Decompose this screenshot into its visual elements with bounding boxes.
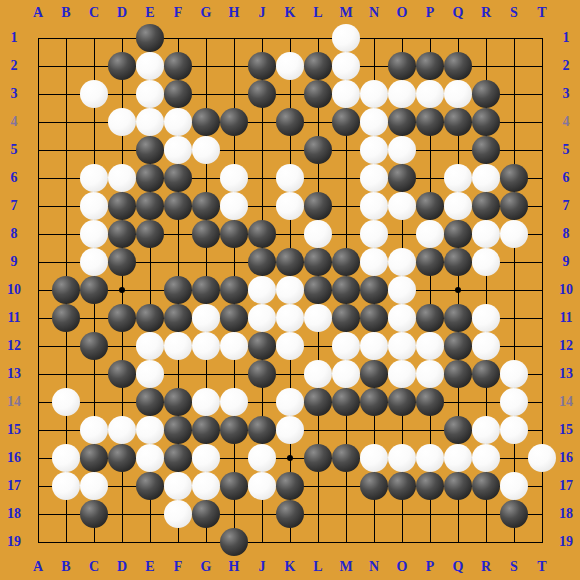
black-stone-H17[interactable] xyxy=(220,472,248,500)
go-board[interactable]: AABBCCDDEEFFGGHHJJKKLLMMNNOOPPQQRRSSTT11… xyxy=(0,0,580,580)
white-stone-F12[interactable] xyxy=(164,332,192,360)
left-row-label: 4 xyxy=(1,112,27,132)
top-column-label: L xyxy=(304,3,332,23)
white-stone-H12[interactable] xyxy=(220,332,248,360)
black-stone-E11[interactable] xyxy=(136,304,164,332)
bottom-column-label: A xyxy=(24,557,52,577)
white-stone-O7[interactable] xyxy=(388,192,416,220)
top-column-label: K xyxy=(276,3,304,23)
white-stone-B14[interactable] xyxy=(52,388,80,416)
bottom-column-label: R xyxy=(472,557,500,577)
black-stone-J3[interactable] xyxy=(248,80,276,108)
right-row-label: 19 xyxy=(553,532,579,552)
white-stone-E13[interactable] xyxy=(136,360,164,388)
black-stone-D9[interactable] xyxy=(108,248,136,276)
black-stone-J12[interactable] xyxy=(248,332,276,360)
right-row-label: 18 xyxy=(553,504,579,524)
right-row-label: 5 xyxy=(553,140,579,160)
black-stone-E8[interactable] xyxy=(136,220,164,248)
black-stone-B11[interactable] xyxy=(52,304,80,332)
white-stone-G11[interactable] xyxy=(192,304,220,332)
star-point xyxy=(119,287,125,293)
right-row-label: 2 xyxy=(553,56,579,76)
black-stone-M10[interactable] xyxy=(332,276,360,304)
black-stone-D16[interactable] xyxy=(108,444,136,472)
black-stone-L7[interactable] xyxy=(304,192,332,220)
white-stone-J11[interactable] xyxy=(248,304,276,332)
black-stone-M16[interactable] xyxy=(332,444,360,472)
black-stone-N14[interactable] xyxy=(360,388,388,416)
top-column-label: E xyxy=(136,3,164,23)
right-row-label: 17 xyxy=(553,476,579,496)
left-row-label: 1 xyxy=(1,28,27,48)
black-stone-S6[interactable] xyxy=(500,164,528,192)
black-stone-P11[interactable] xyxy=(416,304,444,332)
top-column-label: B xyxy=(52,3,80,23)
black-stone-C10[interactable] xyxy=(80,276,108,304)
top-column-label: C xyxy=(80,3,108,23)
top-column-label: M xyxy=(332,3,360,23)
left-row-label: 5 xyxy=(1,140,27,160)
black-stone-C16[interactable] xyxy=(80,444,108,472)
black-stone-O17[interactable] xyxy=(388,472,416,500)
right-row-label: 6 xyxy=(553,168,579,188)
white-stone-N5[interactable] xyxy=(360,136,388,164)
black-stone-D2[interactable] xyxy=(108,52,136,80)
white-stone-K6[interactable] xyxy=(276,164,304,192)
grid-line-horizontal xyxy=(38,542,543,543)
white-stone-M13[interactable] xyxy=(332,360,360,388)
white-stone-H7[interactable] xyxy=(220,192,248,220)
black-stone-O2[interactable] xyxy=(388,52,416,80)
black-stone-F15[interactable] xyxy=(164,416,192,444)
black-stone-S18[interactable] xyxy=(500,500,528,528)
top-column-label: P xyxy=(416,3,444,23)
black-stone-R3[interactable] xyxy=(472,80,500,108)
white-stone-R8[interactable] xyxy=(472,220,500,248)
white-stone-N8[interactable] xyxy=(360,220,388,248)
black-stone-H8[interactable] xyxy=(220,220,248,248)
star-point xyxy=(287,455,293,461)
right-row-label: 4 xyxy=(553,112,579,132)
white-stone-Q6[interactable] xyxy=(444,164,472,192)
bottom-column-label: G xyxy=(192,557,220,577)
black-stone-S7[interactable] xyxy=(500,192,528,220)
black-stone-O6[interactable] xyxy=(388,164,416,192)
black-stone-E1[interactable] xyxy=(136,24,164,52)
white-stone-C17[interactable] xyxy=(80,472,108,500)
black-stone-H10[interactable] xyxy=(220,276,248,304)
black-stone-Q12[interactable] xyxy=(444,332,472,360)
black-stone-Q9[interactable] xyxy=(444,248,472,276)
go-board-screenshot: AABBCCDDEEFFGGHHJJKKLLMMNNOOPPQQRRSSTT11… xyxy=(0,0,580,580)
white-stone-N7[interactable] xyxy=(360,192,388,220)
white-stone-N6[interactable] xyxy=(360,164,388,192)
white-stone-M12[interactable] xyxy=(332,332,360,360)
white-stone-K14[interactable] xyxy=(276,388,304,416)
black-stone-D11[interactable] xyxy=(108,304,136,332)
bottom-column-label: D xyxy=(108,557,136,577)
white-stone-J16[interactable] xyxy=(248,444,276,472)
white-stone-K11[interactable] xyxy=(276,304,304,332)
bottom-column-label: E xyxy=(136,557,164,577)
white-stone-M3[interactable] xyxy=(332,80,360,108)
black-stone-P7[interactable] xyxy=(416,192,444,220)
left-row-label: 19 xyxy=(1,532,27,552)
white-stone-F4[interactable] xyxy=(164,108,192,136)
bottom-column-label: K xyxy=(276,557,304,577)
bottom-column-label: C xyxy=(80,557,108,577)
white-stone-H14[interactable] xyxy=(220,388,248,416)
white-stone-G5[interactable] xyxy=(192,136,220,164)
white-stone-C3[interactable] xyxy=(80,80,108,108)
left-row-label: 15 xyxy=(1,420,27,440)
black-stone-N17[interactable] xyxy=(360,472,388,500)
right-row-label: 9 xyxy=(553,252,579,272)
black-stone-L10[interactable] xyxy=(304,276,332,304)
top-column-label: J xyxy=(248,3,276,23)
bottom-column-label: L xyxy=(304,557,332,577)
black-stone-G4[interactable] xyxy=(192,108,220,136)
bottom-column-label: N xyxy=(360,557,388,577)
black-stone-N10[interactable] xyxy=(360,276,388,304)
black-stone-M11[interactable] xyxy=(332,304,360,332)
black-stone-L2[interactable] xyxy=(304,52,332,80)
white-stone-G12[interactable] xyxy=(192,332,220,360)
white-stone-D4[interactable] xyxy=(108,108,136,136)
white-stone-N9[interactable] xyxy=(360,248,388,276)
white-stone-M1[interactable] xyxy=(332,24,360,52)
white-stone-C6[interactable] xyxy=(80,164,108,192)
top-column-label: G xyxy=(192,3,220,23)
black-stone-L14[interactable] xyxy=(304,388,332,416)
white-stone-K12[interactable] xyxy=(276,332,304,360)
bottom-column-label: J xyxy=(248,557,276,577)
right-row-label: 3 xyxy=(553,84,579,104)
left-row-label: 17 xyxy=(1,476,27,496)
left-row-label: 16 xyxy=(1,448,27,468)
white-stone-G16[interactable] xyxy=(192,444,220,472)
left-row-label: 6 xyxy=(1,168,27,188)
white-stone-D6[interactable] xyxy=(108,164,136,192)
black-stone-P14[interactable] xyxy=(416,388,444,416)
white-stone-H6[interactable] xyxy=(220,164,248,192)
black-stone-Q15[interactable] xyxy=(444,416,472,444)
black-stone-L9[interactable] xyxy=(304,248,332,276)
white-stone-O12[interactable] xyxy=(388,332,416,360)
black-stone-E17[interactable] xyxy=(136,472,164,500)
white-stone-F5[interactable] xyxy=(164,136,192,164)
black-stone-F2[interactable] xyxy=(164,52,192,80)
white-stone-E2[interactable] xyxy=(136,52,164,80)
black-stone-F16[interactable] xyxy=(164,444,192,472)
white-stone-P3[interactable] xyxy=(416,80,444,108)
right-row-label: 11 xyxy=(553,308,579,328)
white-stone-L8[interactable] xyxy=(304,220,332,248)
top-column-label: R xyxy=(472,3,500,23)
white-stone-G17[interactable] xyxy=(192,472,220,500)
black-stone-G7[interactable] xyxy=(192,192,220,220)
black-stone-E5[interactable] xyxy=(136,136,164,164)
top-column-label: T xyxy=(528,3,556,23)
white-stone-L11[interactable] xyxy=(304,304,332,332)
white-stone-C7[interactable] xyxy=(80,192,108,220)
white-stone-S14[interactable] xyxy=(500,388,528,416)
top-column-label: N xyxy=(360,3,388,23)
white-stone-B16[interactable] xyxy=(52,444,80,472)
black-stone-E6[interactable] xyxy=(136,164,164,192)
bottom-column-label: P xyxy=(416,557,444,577)
white-stone-R11[interactable] xyxy=(472,304,500,332)
white-stone-S8[interactable] xyxy=(500,220,528,248)
black-stone-P17[interactable] xyxy=(416,472,444,500)
white-stone-N12[interactable] xyxy=(360,332,388,360)
white-stone-R16[interactable] xyxy=(472,444,500,472)
right-row-label: 8 xyxy=(553,224,579,244)
black-stone-M4[interactable] xyxy=(332,108,360,136)
white-stone-E3[interactable] xyxy=(136,80,164,108)
black-stone-J15[interactable] xyxy=(248,416,276,444)
black-stone-F11[interactable] xyxy=(164,304,192,332)
white-stone-T16[interactable] xyxy=(528,444,556,472)
black-stone-R17[interactable] xyxy=(472,472,500,500)
left-row-label: 11 xyxy=(1,308,27,328)
white-stone-J10[interactable] xyxy=(248,276,276,304)
black-stone-J9[interactable] xyxy=(248,248,276,276)
white-stone-C8[interactable] xyxy=(80,220,108,248)
top-column-label: H xyxy=(220,3,248,23)
black-stone-L3[interactable] xyxy=(304,80,332,108)
black-stone-K4[interactable] xyxy=(276,108,304,136)
left-row-label: 8 xyxy=(1,224,27,244)
black-stone-D8[interactable] xyxy=(108,220,136,248)
white-stone-S17[interactable] xyxy=(500,472,528,500)
white-stone-C15[interactable] xyxy=(80,416,108,444)
black-stone-H19[interactable] xyxy=(220,528,248,556)
top-column-label: D xyxy=(108,3,136,23)
black-stone-P9[interactable] xyxy=(416,248,444,276)
black-stone-E14[interactable] xyxy=(136,388,164,416)
right-row-label: 7 xyxy=(553,196,579,216)
top-column-label: S xyxy=(500,3,528,23)
top-column-label: Q xyxy=(444,3,472,23)
white-stone-O13[interactable] xyxy=(388,360,416,388)
black-stone-Q13[interactable] xyxy=(444,360,472,388)
left-row-label: 10 xyxy=(1,280,27,300)
black-stone-D7[interactable] xyxy=(108,192,136,220)
black-stone-K17[interactable] xyxy=(276,472,304,500)
black-stone-J8[interactable] xyxy=(248,220,276,248)
right-row-label: 14 xyxy=(553,392,579,412)
black-stone-N11[interactable] xyxy=(360,304,388,332)
bottom-column-label: F xyxy=(164,557,192,577)
white-stone-G14[interactable] xyxy=(192,388,220,416)
black-stone-Q8[interactable] xyxy=(444,220,472,248)
black-stone-O14[interactable] xyxy=(388,388,416,416)
white-stone-E4[interactable] xyxy=(136,108,164,136)
white-stone-O5[interactable] xyxy=(388,136,416,164)
black-stone-G8[interactable] xyxy=(192,220,220,248)
white-stone-K10[interactable] xyxy=(276,276,304,304)
white-stone-N16[interactable] xyxy=(360,444,388,472)
left-row-label: 12 xyxy=(1,336,27,356)
white-stone-Q7[interactable] xyxy=(444,192,472,220)
black-stone-M14[interactable] xyxy=(332,388,360,416)
bottom-column-label: M xyxy=(332,557,360,577)
right-row-label: 13 xyxy=(553,364,579,384)
white-stone-E15[interactable] xyxy=(136,416,164,444)
black-stone-F6[interactable] xyxy=(164,164,192,192)
black-stone-G10[interactable] xyxy=(192,276,220,304)
white-stone-N4[interactable] xyxy=(360,108,388,136)
left-row-label: 18 xyxy=(1,504,27,524)
white-stone-S13[interactable] xyxy=(500,360,528,388)
black-stone-F7[interactable] xyxy=(164,192,192,220)
black-stone-F14[interactable] xyxy=(164,388,192,416)
white-stone-K7[interactable] xyxy=(276,192,304,220)
top-column-label: A xyxy=(24,3,52,23)
bottom-column-label: H xyxy=(220,557,248,577)
left-row-label: 2 xyxy=(1,56,27,76)
white-stone-K15[interactable] xyxy=(276,416,304,444)
white-stone-F17[interactable] xyxy=(164,472,192,500)
black-stone-R5[interactable] xyxy=(472,136,500,164)
left-row-label: 14 xyxy=(1,392,27,412)
left-row-label: 3 xyxy=(1,84,27,104)
white-stone-Q16[interactable] xyxy=(444,444,472,472)
black-stone-Q17[interactable] xyxy=(444,472,472,500)
white-stone-J17[interactable] xyxy=(248,472,276,500)
black-stone-H4[interactable] xyxy=(220,108,248,136)
white-stone-Q3[interactable] xyxy=(444,80,472,108)
black-stone-K18[interactable] xyxy=(276,500,304,528)
white-stone-L13[interactable] xyxy=(304,360,332,388)
bottom-column-label: B xyxy=(52,557,80,577)
black-stone-H11[interactable] xyxy=(220,304,248,332)
white-stone-P12[interactable] xyxy=(416,332,444,360)
black-stone-C18[interactable] xyxy=(80,500,108,528)
star-point xyxy=(455,287,461,293)
right-row-label: 15 xyxy=(553,420,579,440)
white-stone-N3[interactable] xyxy=(360,80,388,108)
black-stone-N13[interactable] xyxy=(360,360,388,388)
white-stone-R9[interactable] xyxy=(472,248,500,276)
left-row-label: 7 xyxy=(1,196,27,216)
left-row-label: 13 xyxy=(1,364,27,384)
black-stone-D13[interactable] xyxy=(108,360,136,388)
white-stone-E16[interactable] xyxy=(136,444,164,472)
bottom-column-label: S xyxy=(500,557,528,577)
black-stone-H15[interactable] xyxy=(220,416,248,444)
black-stone-G18[interactable] xyxy=(192,500,220,528)
black-stone-L5[interactable] xyxy=(304,136,332,164)
white-stone-O9[interactable] xyxy=(388,248,416,276)
black-stone-M9[interactable] xyxy=(332,248,360,276)
right-row-label: 1 xyxy=(553,28,579,48)
right-row-label: 10 xyxy=(553,280,579,300)
black-stone-E7[interactable] xyxy=(136,192,164,220)
white-stone-O11[interactable] xyxy=(388,304,416,332)
black-stone-J2[interactable] xyxy=(248,52,276,80)
black-stone-R13[interactable] xyxy=(472,360,500,388)
grid-line-vertical xyxy=(514,38,515,543)
black-stone-G15[interactable] xyxy=(192,416,220,444)
bottom-column-label: Q xyxy=(444,557,472,577)
black-stone-J13[interactable] xyxy=(248,360,276,388)
white-stone-M2[interactable] xyxy=(332,52,360,80)
black-stone-P4[interactable] xyxy=(416,108,444,136)
white-stone-F18[interactable] xyxy=(164,500,192,528)
left-row-label: 9 xyxy=(1,252,27,272)
right-row-label: 12 xyxy=(553,336,579,356)
bottom-column-label: O xyxy=(388,557,416,577)
black-stone-R4[interactable] xyxy=(472,108,500,136)
black-stone-F3[interactable] xyxy=(164,80,192,108)
white-stone-O16[interactable] xyxy=(388,444,416,472)
white-stone-D15[interactable] xyxy=(108,416,136,444)
black-stone-B10[interactable] xyxy=(52,276,80,304)
white-stone-P13[interactable] xyxy=(416,360,444,388)
top-column-label: F xyxy=(164,3,192,23)
white-stone-E12[interactable] xyxy=(136,332,164,360)
top-column-label: O xyxy=(388,3,416,23)
black-stone-F10[interactable] xyxy=(164,276,192,304)
black-stone-O4[interactable] xyxy=(388,108,416,136)
black-stone-Q4[interactable] xyxy=(444,108,472,136)
white-stone-R15[interactable] xyxy=(472,416,500,444)
black-stone-R7[interactable] xyxy=(472,192,500,220)
right-row-label: 16 xyxy=(553,448,579,468)
white-stone-S15[interactable] xyxy=(500,416,528,444)
white-stone-R6[interactable] xyxy=(472,164,500,192)
white-stone-C9[interactable] xyxy=(80,248,108,276)
white-stone-O3[interactable] xyxy=(388,80,416,108)
white-stone-K2[interactable] xyxy=(276,52,304,80)
white-stone-P8[interactable] xyxy=(416,220,444,248)
black-stone-Q11[interactable] xyxy=(444,304,472,332)
white-stone-B17[interactable] xyxy=(52,472,80,500)
black-stone-K9[interactable] xyxy=(276,248,304,276)
black-stone-Q2[interactable] xyxy=(444,52,472,80)
white-stone-R12[interactable] xyxy=(472,332,500,360)
white-stone-O10[interactable] xyxy=(388,276,416,304)
black-stone-P2[interactable] xyxy=(416,52,444,80)
white-stone-P16[interactable] xyxy=(416,444,444,472)
black-stone-C12[interactable] xyxy=(80,332,108,360)
bottom-column-label: T xyxy=(528,557,556,577)
black-stone-L16[interactable] xyxy=(304,444,332,472)
